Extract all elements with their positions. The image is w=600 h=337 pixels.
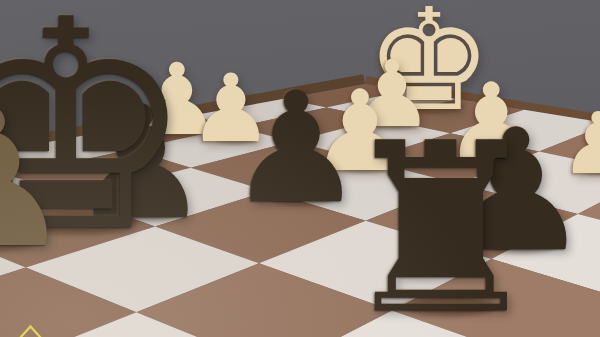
piece-black-pawn-b6[interactable]: ♟ [0, 85, 85, 275]
piece-black-rook-e4[interactable]: ♜ [324, 112, 558, 337]
black-pawn-glyph: ♟ [0, 85, 85, 275]
chess-3d-scene: ♚♟♟♟♟♟♟♟♟♚♟♟♜ [0, 0, 600, 337]
black-rook-glyph: ♜ [324, 112, 558, 337]
